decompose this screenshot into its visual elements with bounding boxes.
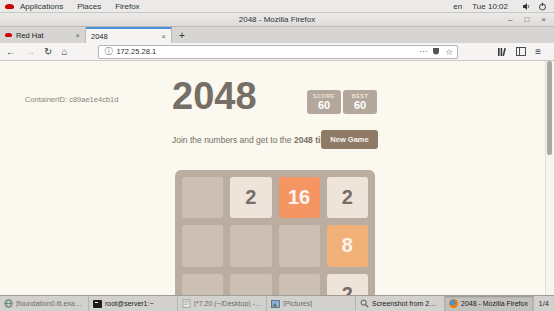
task-label: Screenshot from 2021-07-... [372, 300, 440, 307]
page-actions-icon[interactable]: ⋯ [419, 47, 427, 56]
empty-cell [230, 225, 271, 266]
tile-2: 2 [327, 274, 368, 296]
firefox-icon [449, 299, 458, 308]
new-tab-button[interactable]: + [172, 27, 192, 43]
board-grid: 216282 [175, 170, 375, 295]
tab-red-hat[interactable]: Red Hat × [0, 27, 86, 43]
home-icon[interactable]: ⌂ [61, 46, 67, 57]
tab-bar: Red Hat × 2048 × + [0, 27, 554, 43]
best-box: BEST 60 [343, 90, 377, 114]
back-icon[interactable]: ← [6, 46, 16, 57]
window-list-taskbar: [foundation0.ilt.example.co... root@serv… [0, 295, 554, 311]
hamburger-menu-icon[interactable]: ≡ [535, 46, 541, 57]
score-box: SCORE 60 [307, 90, 341, 114]
task-label: [foundation0.ilt.example.co... [16, 300, 84, 307]
tab-close-icon[interactable]: × [161, 32, 166, 41]
best-value: 60 [343, 99, 377, 111]
bookmark-star-icon[interactable]: ☆ [445, 47, 453, 57]
tagline: Join the numbers and get to the 2048 til… [172, 135, 330, 145]
empty-cell [279, 225, 320, 266]
task-label: root@server1:~ [105, 300, 154, 307]
browser-viewport: ContainerID: c89ae1e4cb1d 2048 SCORE 60 … [0, 61, 554, 295]
tile-2: 2 [230, 177, 271, 218]
tile-16: 16 [279, 177, 320, 218]
scrollbar[interactable] [545, 61, 553, 295]
clock[interactable]: Tue 10:02 [472, 2, 508, 11]
task-item-pictures[interactable]: [Pictures] [267, 296, 356, 311]
empty-cell [182, 274, 223, 296]
reload-icon[interactable]: ↻ [44, 46, 52, 57]
tab-close-icon[interactable]: × [75, 31, 80, 40]
task-item-screenshot[interactable]: Screenshot from 2021-07-... [356, 296, 445, 311]
menu-applications[interactable]: Applications [20, 2, 63, 11]
task-label: [*7.20 (~/Desktop) - gedit] [194, 300, 262, 307]
workspace-indicator[interactable]: 1/4 [534, 296, 554, 311]
redhat-favicon-icon [5, 33, 12, 37]
score-value: 60 [307, 99, 341, 111]
tile-2: 2 [327, 177, 368, 218]
task-item-gedit[interactable]: [*7.20 (~/Desktop) - gedit] [178, 296, 267, 311]
empty-cell [182, 177, 223, 218]
tab-label: 2048 [91, 32, 158, 41]
empty-cell [182, 225, 223, 266]
terminal-icon [93, 300, 102, 308]
scrollbar-thumb[interactable] [547, 61, 552, 155]
screenshot-icon [360, 299, 369, 308]
power-icon[interactable] [538, 2, 547, 11]
forward-icon[interactable]: → [25, 46, 35, 57]
window-title: 2048 - Mozilla Firefox [0, 15, 554, 24]
url-text[interactable]: 172.25.28.1 [116, 47, 419, 56]
task-item-firefox-2048[interactable]: 2048 - Mozilla Firefox [445, 296, 534, 311]
task-item-foundation[interactable]: [foundation0.ilt.example.co... [0, 296, 89, 311]
new-game-button[interactable]: New Game [321, 130, 378, 149]
game-title: 2048 [172, 75, 257, 118]
window-title-bar: 2048 - Mozilla Firefox – □ × [0, 13, 554, 27]
volume-icon[interactable] [522, 2, 531, 11]
pocket-icon[interactable] [432, 47, 440, 56]
task-item-terminal[interactable]: root@server1:~ [89, 296, 178, 311]
minimize-button[interactable]: – [508, 15, 512, 24]
menu-places[interactable]: Places [77, 2, 101, 11]
redhat-logo-icon [5, 4, 14, 9]
menu-firefox[interactable]: Firefox [115, 2, 139, 11]
close-button[interactable]: × [541, 15, 546, 24]
task-label: 2048 - Mozilla Firefox [461, 300, 528, 307]
container-id-text: ContainerID: c89ae1e4cb1d [25, 95, 118, 104]
globe-icon [4, 299, 13, 308]
task-label: [Pictures] [283, 300, 312, 307]
url-bar[interactable]: ⓘ 172.25.28.1 ⋯ ☆ [98, 45, 458, 59]
navigation-toolbar: ← → ↻ ⌂ ⓘ 172.25.28.1 ⋯ ☆ ≡ [0, 43, 554, 61]
tab-label: Red Hat [16, 31, 72, 40]
keyboard-layout-indicator[interactable]: en [453, 2, 462, 11]
empty-cell [230, 274, 271, 296]
image-viewer-icon [271, 300, 280, 308]
gedit-icon [182, 299, 191, 308]
empty-cell [279, 274, 320, 296]
site-info-icon[interactable]: ⓘ [104, 46, 112, 57]
library-icon[interactable] [497, 47, 507, 57]
tile-8: 8 [327, 225, 368, 266]
maximize-button[interactable]: □ [524, 15, 529, 24]
gnome-top-bar: Applications Places Firefox en Tue 10:02 [0, 0, 554, 13]
sidebar-icon[interactable] [516, 47, 526, 56]
tab-2048[interactable]: 2048 × [86, 27, 172, 43]
